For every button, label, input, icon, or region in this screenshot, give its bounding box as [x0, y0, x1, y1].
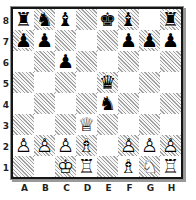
square-a4[interactable] [13, 93, 34, 114]
black-bishop: ♝♝ [55, 9, 76, 30]
board-area: 87654321 ♜♜♞♞♝♝♚♚♝♝♜♜♟♟♟♟♟♟♟♟♟♟♟♟♛♛♞♞♛♕♟… [1, 7, 196, 179]
piece-glyph: ♘ [139, 156, 160, 177]
square-b3[interactable] [34, 114, 55, 135]
white-rook: ♜♖ [76, 156, 97, 177]
square-g3[interactable] [139, 114, 160, 135]
square-b2[interactable]: ♟♙ [34, 135, 55, 156]
rank-labels: 87654321 [1, 7, 11, 178]
white-pawn: ♟♙ [160, 135, 181, 156]
square-f1[interactable]: ♝♗ [118, 156, 139, 177]
square-g1[interactable]: ♞♘ [139, 156, 160, 177]
square-a3[interactable] [13, 114, 34, 135]
piece-glyph: ♙ [34, 135, 55, 156]
square-c4[interactable] [55, 93, 76, 114]
rank-label-3: 3 [1, 115, 11, 136]
square-g2[interactable]: ♟♙ [139, 135, 160, 156]
white-knight: ♞♘ [139, 156, 160, 177]
square-d7[interactable] [76, 30, 97, 51]
square-h3[interactable] [160, 114, 181, 135]
square-c3[interactable] [55, 114, 76, 135]
square-a1[interactable] [13, 156, 34, 177]
rank-label-2: 2 [1, 136, 11, 157]
square-d3[interactable]: ♛♕ [76, 114, 97, 135]
file-labels: ABCDEFGH [14, 183, 182, 193]
piece-glyph: ♝ [55, 9, 76, 30]
file-label-row: ABCDEFGH [1, 179, 196, 193]
piece-glyph: ♟ [160, 30, 181, 51]
square-f6[interactable] [118, 51, 139, 72]
file-label-b: B [35, 183, 56, 193]
square-h1[interactable]: ♜♖ [160, 156, 181, 177]
square-h6[interactable] [160, 51, 181, 72]
piece-glyph: ♙ [139, 135, 160, 156]
piece-glyph: ♗ [118, 156, 139, 177]
piece-glyph: ♔ [55, 156, 76, 177]
black-pawn: ♟♟ [55, 51, 76, 72]
piece-glyph: ♖ [160, 156, 181, 177]
square-h7[interactable]: ♟♟ [160, 30, 181, 51]
square-e4[interactable]: ♞♞ [97, 93, 118, 114]
piece-glyph: ♙ [118, 135, 139, 156]
piece-glyph: ♟ [55, 51, 76, 72]
square-f2[interactable]: ♟♙ [118, 135, 139, 156]
white-queen: ♛♕ [76, 114, 97, 135]
white-rook: ♜♖ [160, 156, 181, 177]
piece-glyph: ♙ [160, 135, 181, 156]
piece-glyph: ♙ [55, 135, 76, 156]
piece-glyph: ♗ [76, 135, 97, 156]
square-c8[interactable]: ♝♝ [55, 9, 76, 30]
square-g4[interactable] [139, 93, 160, 114]
square-g5[interactable] [139, 72, 160, 93]
file-label-d: D [77, 183, 98, 193]
rank-label-1: 1 [1, 157, 11, 178]
square-f5[interactable] [118, 72, 139, 93]
square-b5[interactable] [34, 72, 55, 93]
white-bishop: ♝♗ [118, 156, 139, 177]
square-c1[interactable]: ♚♔ [55, 156, 76, 177]
rank-label-4: 4 [1, 94, 11, 115]
square-h4[interactable] [160, 93, 181, 114]
square-f3[interactable] [118, 114, 139, 135]
chess-diagram: 87654321 ♜♜♞♞♝♝♚♚♝♝♜♜♟♟♟♟♟♟♟♟♟♟♟♟♛♛♞♞♛♕♟… [0, 0, 196, 200]
white-pawn: ♟♙ [34, 135, 55, 156]
file-label-f: F [119, 183, 140, 193]
black-knight: ♞♞ [97, 93, 118, 114]
file-label-g: G [140, 183, 161, 193]
piece-glyph: ♖ [76, 156, 97, 177]
rank-label-5: 5 [1, 73, 11, 94]
white-bishop: ♝♗ [76, 135, 97, 156]
file-label-h: H [161, 183, 182, 193]
square-d1[interactable]: ♜♖ [76, 156, 97, 177]
piece-glyph: ♙ [13, 135, 34, 156]
white-king: ♚♔ [55, 156, 76, 177]
square-e1[interactable] [97, 156, 118, 177]
chess-board: ♜♜♞♞♝♝♚♚♝♝♜♜♟♟♟♟♟♟♟♟♟♟♟♟♛♛♞♞♛♕♟♙♟♙♟♙♝♗♟♙… [11, 7, 183, 179]
square-c6[interactable]: ♟♟ [55, 51, 76, 72]
square-h2[interactable]: ♟♙ [160, 135, 181, 156]
rank-label-7: 7 [1, 31, 11, 52]
square-c2[interactable]: ♟♙ [55, 135, 76, 156]
rank-label-6: 6 [1, 52, 11, 73]
file-label-a: A [14, 183, 35, 193]
corner-spacer [1, 179, 14, 180]
rank-label-8: 8 [1, 10, 11, 31]
square-f4[interactable] [118, 93, 139, 114]
file-label-e: E [98, 183, 119, 193]
white-pawn: ♟♙ [55, 135, 76, 156]
file-label-c: C [56, 183, 77, 193]
square-d2[interactable]: ♝♗ [76, 135, 97, 156]
square-e2[interactable] [97, 135, 118, 156]
square-e3[interactable] [97, 114, 118, 135]
square-b4[interactable] [34, 93, 55, 114]
square-c5[interactable] [55, 72, 76, 93]
black-pawn: ♟♟ [160, 30, 181, 51]
white-pawn: ♟♙ [139, 135, 160, 156]
square-a6[interactable] [13, 51, 34, 72]
white-pawn: ♟♙ [118, 135, 139, 156]
square-h5[interactable] [160, 72, 181, 93]
square-a2[interactable]: ♟♙ [13, 135, 34, 156]
piece-glyph: ♞ [97, 93, 118, 114]
white-pawn: ♟♙ [13, 135, 34, 156]
square-a5[interactable] [13, 72, 34, 93]
square-g6[interactable] [139, 51, 160, 72]
piece-glyph: ♕ [76, 114, 97, 135]
square-b1[interactable] [34, 156, 55, 177]
